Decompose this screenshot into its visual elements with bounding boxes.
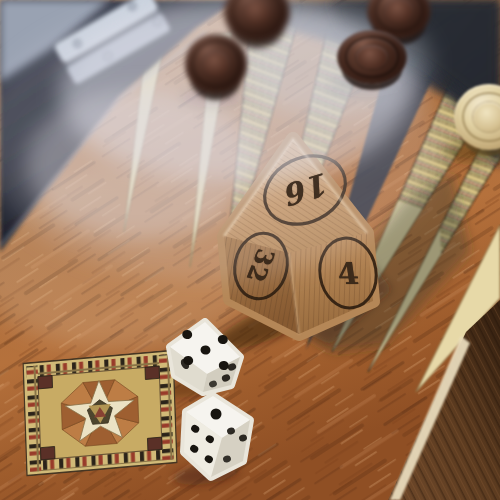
backgammon-board-photo: 16 32 4 [0, 0, 500, 500]
star-inlay-medallion [22, 349, 177, 476]
corner-square [38, 375, 53, 388]
checker-dark-2[interactable] [185, 34, 247, 94]
checker-dark-4[interactable] [337, 30, 407, 84]
die-2[interactable] [178, 390, 262, 482]
doubling-cube-number-right: 4 [313, 253, 383, 293]
